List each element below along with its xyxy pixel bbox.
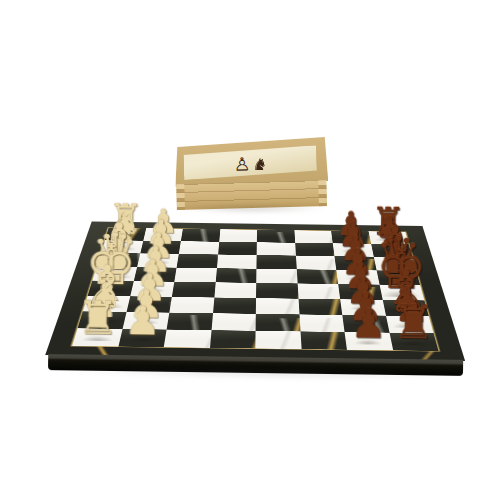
brown-rook: ♜ bbox=[390, 299, 437, 346]
board-assembly: ♜♞♝♛♚♝♞♜♟♟♟♟♟♟♟♟♟♟♟♟♟♟♟♟♜♞♝♛♚♝♞♜ bbox=[0, 0, 500, 500]
brown-pawn: ♟ bbox=[348, 304, 388, 344]
white-pawn: ♟ bbox=[123, 301, 163, 341]
pieces-layer: ♜♞♝♛♚♝♞♜♟♟♟♟♟♟♟♟♟♟♟♟♟♟♟♟♜♞♝♛♚♝♞♜ bbox=[0, 0, 500, 500]
product-photo-scene: ♙ ♞ ♜♞♝♛♚♝♞♜♟♟♟♟♟♟♟♟♟♟♟♟♟♟♟♟♜♞♝♛♚♝♞♜ bbox=[0, 0, 500, 500]
white-rook: ♜ bbox=[74, 294, 121, 341]
